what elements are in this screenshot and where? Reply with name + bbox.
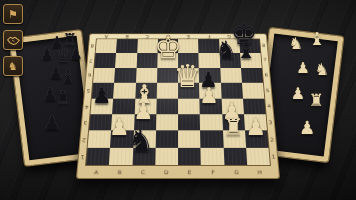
captured-white-knight-0[interactable]: ♞︎ <box>289 36 303 52</box>
square-f2[interactable] <box>200 131 223 148</box>
square-b5[interactable] <box>113 83 135 98</box>
square-a7[interactable] <box>94 53 116 68</box>
chess-game-screen: ⚑ ♞ ABCDEFGH ABCDEFGH 87654321 87654321 … <box>0 0 356 200</box>
square-h4[interactable] <box>243 98 266 114</box>
rank-label-8: 8 <box>260 39 267 53</box>
captured-white-pawn-6[interactable]: ♟︎ <box>299 119 315 137</box>
black-knight-c1[interactable]: ♞︎ <box>127 126 154 156</box>
square-d4[interactable] <box>156 98 178 114</box>
captured-black-rook-8[interactable]: ♜︎ <box>55 89 71 107</box>
square-e4[interactable] <box>178 98 200 114</box>
captured-white-pawn-2[interactable]: ♟︎ <box>296 61 309 76</box>
file-label-D: D <box>155 170 178 176</box>
captured-white-knight-3[interactable]: ♞︎ <box>315 62 329 78</box>
white-queen-e5[interactable]: ♛︎ <box>173 61 201 92</box>
square-a6[interactable] <box>93 68 115 83</box>
hint-knight-button[interactable]: ♞ <box>3 56 23 76</box>
square-f3[interactable] <box>200 114 223 130</box>
file-label-F: F <box>201 170 225 176</box>
file-label-A: A <box>96 34 117 38</box>
square-e1[interactable] <box>178 148 201 165</box>
white-rook-g2[interactable]: ♜︎ <box>223 115 244 138</box>
rank-label-6: 6 <box>86 67 94 82</box>
captured-black-bishop-6[interactable]: ♝︎ <box>60 68 75 85</box>
square-h6[interactable] <box>241 68 263 83</box>
square-b8[interactable] <box>116 39 137 53</box>
square-e3[interactable] <box>178 114 200 130</box>
black-knight-g7[interactable]: ♞︎ <box>216 38 238 62</box>
file-label-E: E <box>178 170 201 176</box>
square-d3[interactable] <box>156 114 178 130</box>
captured-white-rook-5[interactable]: ♜︎ <box>308 92 323 109</box>
flag-icon: ⚑ <box>8 9 18 20</box>
captured-white-bishop-1[interactable]: ♝︎ <box>309 30 325 48</box>
rank-label-7: 7 <box>261 53 269 68</box>
square-h1[interactable] <box>246 148 270 165</box>
rank-label-7: 7 <box>87 53 95 68</box>
white-pawn-h2[interactable]: ♟︎ <box>246 115 267 138</box>
square-g1[interactable] <box>223 148 247 165</box>
offer-draw-button[interactable] <box>3 30 23 50</box>
white-pawn-c3[interactable]: ♟︎ <box>133 100 153 122</box>
resign-flag-button[interactable]: ⚑ <box>3 4 23 24</box>
square-f1[interactable] <box>201 148 224 165</box>
rank-label-8: 8 <box>89 39 96 53</box>
rank-label-3: 3 <box>81 114 89 131</box>
square-g5[interactable] <box>220 83 242 98</box>
rank-label-6: 6 <box>263 67 271 82</box>
square-d1[interactable] <box>155 148 178 165</box>
square-h5[interactable] <box>242 83 265 98</box>
captured-black-queen-3[interactable]: ♛︎ <box>55 47 71 65</box>
file-label-H: H <box>248 170 272 176</box>
knight-icon: ♞ <box>8 61 18 72</box>
captured-black-pawn-9[interactable]: ♟︎ <box>43 113 60 132</box>
rank-label-3: 3 <box>267 114 275 131</box>
square-a2[interactable] <box>88 131 112 148</box>
file-label-G: G <box>225 170 249 176</box>
black-bishop-h7[interactable]: ♝︎ <box>236 39 256 62</box>
square-b7[interactable] <box>115 53 137 68</box>
square-a8[interactable] <box>96 39 118 53</box>
square-g6[interactable] <box>220 68 242 83</box>
game-action-buttons: ⚑ ♞ <box>3 4 23 76</box>
file-labels-bottom: ABCDEFGH <box>84 170 272 176</box>
captured-white-pawn-4[interactable]: ♟︎ <box>291 86 305 102</box>
white-pawn-f4[interactable]: ♟︎ <box>199 85 218 107</box>
square-d2[interactable] <box>155 131 178 148</box>
rank-label-2: 2 <box>80 131 88 148</box>
file-label-A: A <box>84 170 108 176</box>
file-label-B: B <box>108 170 132 176</box>
rank-label-4: 4 <box>265 98 273 114</box>
file-label-B: B <box>116 34 137 38</box>
rank-label-4: 4 <box>83 98 91 114</box>
square-b4[interactable] <box>112 98 135 114</box>
file-label-C: C <box>131 170 155 176</box>
captured-black-pawn-2[interactable]: ♟︎ <box>40 47 53 62</box>
black-pawn-a4[interactable]: ♟︎ <box>92 85 111 107</box>
square-e2[interactable] <box>178 131 201 148</box>
captured-black-pawn-4[interactable]: ♟︎ <box>69 47 82 62</box>
square-a1[interactable] <box>86 148 110 165</box>
handshake-icon <box>7 34 20 47</box>
rank-label-5: 5 <box>264 83 272 99</box>
